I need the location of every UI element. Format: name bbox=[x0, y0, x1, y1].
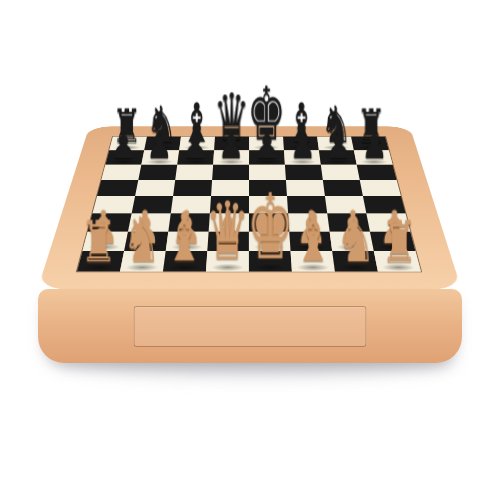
square-f7: ♟ bbox=[284, 150, 321, 164]
square-f1: ♝ bbox=[291, 251, 335, 272]
square-g7: ♟ bbox=[319, 150, 357, 164]
piece-white-bishop: ♝ bbox=[294, 204, 333, 271]
piece-black-pawn: ♟ bbox=[290, 125, 316, 165]
square-c1: ♝ bbox=[163, 251, 207, 272]
piece-white-knight: ♞ bbox=[337, 209, 376, 271]
square-b5 bbox=[135, 180, 175, 196]
square-g6 bbox=[321, 165, 360, 180]
square-d1: ♛ bbox=[206, 251, 249, 272]
square-h5 bbox=[360, 180, 401, 196]
piece-black-pawn: ♟ bbox=[182, 125, 208, 165]
piece-white-king: ♚ bbox=[247, 181, 295, 271]
square-d6 bbox=[212, 165, 249, 180]
square-c7: ♟ bbox=[177, 150, 214, 164]
piece-white-queen: ♛ bbox=[205, 191, 250, 271]
piece-black-pawn: ♟ bbox=[254, 125, 280, 165]
square-d7: ♟ bbox=[213, 150, 249, 164]
square-a5 bbox=[97, 180, 138, 196]
square-h6 bbox=[357, 165, 397, 180]
square-b1: ♞ bbox=[120, 251, 166, 272]
box-front-face bbox=[38, 289, 462, 363]
square-b7: ♟ bbox=[141, 150, 179, 164]
square-a6 bbox=[101, 165, 141, 180]
square-c6 bbox=[175, 165, 213, 180]
square-e7: ♟ bbox=[249, 150, 285, 164]
square-h7: ♟ bbox=[354, 150, 393, 164]
piece-black-pawn: ♟ bbox=[110, 125, 136, 165]
piece-black-pawn: ♟ bbox=[326, 125, 352, 165]
board-perspective-wrap: ♜♞♝♛♚♝♞♜♟♟♟♟♟♟♟♟♟♟♟♟♟♟♟♟♜♞♝♛♚♝♞♜ bbox=[37, 126, 461, 289]
chessboard: ♜♞♝♛♚♝♞♜♟♟♟♟♟♟♟♟♟♟♟♟♟♟♟♟♜♞♝♛♚♝♞♜ bbox=[77, 137, 421, 272]
piece-black-pawn: ♟ bbox=[146, 125, 172, 165]
square-a7: ♟ bbox=[105, 150, 144, 164]
square-a1: ♜ bbox=[77, 251, 124, 272]
piece-white-bishop: ♝ bbox=[165, 204, 204, 271]
chess-set-product-photo: ♜♞♝♛♚♝♞♜♟♟♟♟♟♟♟♟♟♟♟♟♟♟♟♟♜♞♝♛♚♝♞♜ bbox=[0, 0, 500, 500]
square-g5 bbox=[323, 180, 363, 196]
square-e1: ♚ bbox=[249, 251, 292, 272]
piece-black-pawn: ♟ bbox=[361, 125, 387, 165]
piece-white-knight: ♞ bbox=[122, 209, 161, 271]
piece-white-rook: ♜ bbox=[381, 214, 417, 271]
square-h1: ♜ bbox=[374, 251, 421, 272]
square-b6 bbox=[138, 165, 177, 180]
box-top-face: ♜♞♝♛♚♝♞♜♟♟♟♟♟♟♟♟♟♟♟♟♟♟♟♟♜♞♝♛♚♝♞♜ bbox=[37, 126, 461, 289]
square-g1: ♞ bbox=[332, 251, 378, 272]
piece-white-rook: ♜ bbox=[80, 214, 116, 271]
piece-black-pawn: ♟ bbox=[218, 125, 244, 165]
storage-drawer-front bbox=[134, 306, 367, 347]
